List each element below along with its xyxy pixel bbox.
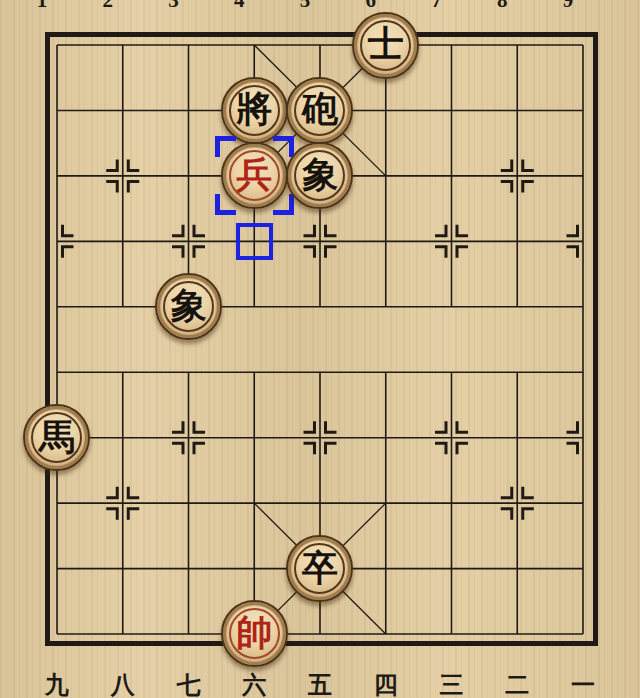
file-label-bottom: 三: [436, 669, 468, 698]
selection-bracket: [215, 194, 236, 215]
file-label-bottom: 五: [304, 669, 336, 698]
file-label-top: 5: [289, 0, 321, 13]
piece-black-soldier[interactable]: 卒: [286, 535, 353, 602]
file-label-bottom: 六: [238, 669, 270, 698]
file-label-top: 3: [158, 0, 190, 13]
piece-glyph: 將: [236, 91, 272, 127]
file-label-bottom: 九: [41, 669, 73, 698]
piece-glyph: 卒: [302, 550, 338, 586]
file-label-top: 4: [223, 0, 255, 13]
file-label-top: 2: [92, 0, 124, 13]
piece-red-soldier[interactable]: 兵: [221, 142, 288, 209]
file-label-top: 8: [486, 0, 518, 13]
selection-bracket: [273, 136, 294, 157]
piece-black-elephant[interactable]: 象: [286, 142, 353, 209]
last-move-origin-marker: [236, 223, 273, 260]
piece-black-horse[interactable]: 馬: [23, 404, 90, 471]
piece-glyph: 士: [368, 26, 404, 62]
piece-glyph: 象: [302, 157, 338, 193]
xiangqi-board[interactable]: 士將砲兵象象馬卒帥: [24, 12, 616, 666]
xiangqi-app: { "game": "xiangqi", "position": { "fen"…: [0, 0, 640, 698]
piece-glyph: 帥: [236, 615, 272, 651]
piece-black-elephant[interactable]: 象: [155, 273, 222, 340]
piece-black-general[interactable]: 將: [221, 77, 288, 144]
file-label-top: 6: [355, 0, 387, 13]
piece-glyph: 砲: [302, 91, 338, 127]
file-label-bottom: 八: [107, 669, 139, 698]
selection-bracket: [273, 194, 294, 215]
file-label-top: 9: [552, 0, 584, 13]
file-label-bottom: 二: [501, 669, 533, 698]
piece-red-general[interactable]: 帥: [221, 600, 288, 667]
piece-glyph: 馬: [39, 419, 75, 455]
piece-black-advisor[interactable]: 士: [352, 12, 419, 79]
file-label-bottom: 七: [173, 669, 205, 698]
piece-black-cannon[interactable]: 砲: [286, 77, 353, 144]
selection-bracket: [215, 136, 236, 157]
file-label-top: 7: [421, 0, 453, 13]
file-label-bottom: 一: [567, 669, 599, 698]
file-label-top: 1: [26, 0, 58, 13]
piece-glyph: 象: [170, 288, 206, 324]
piece-glyph: 兵: [236, 157, 272, 193]
file-label-bottom: 四: [370, 669, 402, 698]
